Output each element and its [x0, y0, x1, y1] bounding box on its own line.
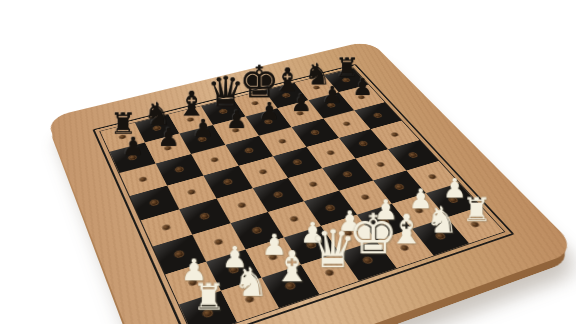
peg-hole [343, 122, 350, 126]
peg-hole [211, 157, 219, 162]
peg-hole [359, 141, 367, 146]
peg-hole [391, 132, 399, 137]
peg-hole [150, 200, 158, 205]
product-photo-scene: ♜♞♝♛♚♝♞♜♟♟♟♟♟♟♟♟♟♟♟♟♟♟♟♟♜♞♝♛♚♝♞♜ [0, 0, 576, 324]
peg-hole [224, 179, 232, 184]
peg-hole [245, 148, 253, 153]
peg-hole [374, 113, 381, 117]
wooden-board: ♜♞♝♛♚♝♞♜♟♟♟♟♟♟♟♟♟♟♟♟♟♟♟♟♜♞♝♛♚♝♞♜ [46, 40, 576, 324]
peg-hole [327, 150, 335, 155]
peg-hole [274, 192, 282, 197]
peg-hole [238, 202, 246, 208]
piece-white-queen-d1[interactable]: ♛ [310, 223, 353, 275]
piece-black-pawn-a7[interactable]: ♟ [115, 134, 152, 159]
peg-hole [139, 177, 147, 182]
piece-black-pawn-f7[interactable]: ♟ [284, 91, 319, 115]
peg-hole [188, 189, 196, 194]
peg-hole [162, 225, 170, 231]
peg-hole [176, 167, 184, 172]
peg-hole [294, 160, 302, 165]
piece-black-pawn-h7[interactable]: ♟ [346, 76, 380, 99]
peg-hole [201, 213, 209, 219]
piece-white-rook-a1[interactable]: ♜ [186, 279, 231, 316]
peg-hole [259, 169, 267, 174]
peg-hole [377, 162, 385, 167]
square-a1[interactable]: ♜ [179, 291, 237, 324]
peg-hole [409, 153, 417, 158]
chess-board: ♜♞♝♛♚♝♞♜♟♟♟♟♟♟♟♟♟♟♟♟♟♟♟♟♜♞♝♛♚♝♞♜ [100, 68, 503, 324]
board-frame: ♜♞♝♛♚♝♞♜♟♟♟♟♟♟♟♟♟♟♟♟♟♟♟♟♜♞♝♛♚♝♞♜ [92, 64, 514, 324]
piece-white-bishop-c1[interactable]: ♝ [270, 245, 314, 288]
piece-black-pawn-e7[interactable]: ♟ [252, 99, 287, 123]
piece-black-pawn-c7[interactable]: ♟ [185, 116, 221, 141]
peg-hole [311, 130, 318, 134]
piece-black-pawn-d7[interactable]: ♟ [219, 108, 255, 132]
peg-hole [309, 182, 317, 187]
piece-white-knight-g1[interactable]: ♞ [422, 201, 463, 238]
piece-black-pawn-b7[interactable]: ♟ [150, 125, 186, 150]
peg-hole [279, 139, 286, 144]
piece-white-knight-b1[interactable]: ♞ [229, 262, 274, 302]
perspective-scene: ♜♞♝♛♚♝♞♜♟♟♟♟♟♟♟♟♟♟♟♟♟♟♟♟♜♞♝♛♚♝♞♜ [0, 0, 576, 324]
peg-hole [343, 172, 351, 177]
piece-black-pawn-g7[interactable]: ♟ [315, 83, 349, 106]
